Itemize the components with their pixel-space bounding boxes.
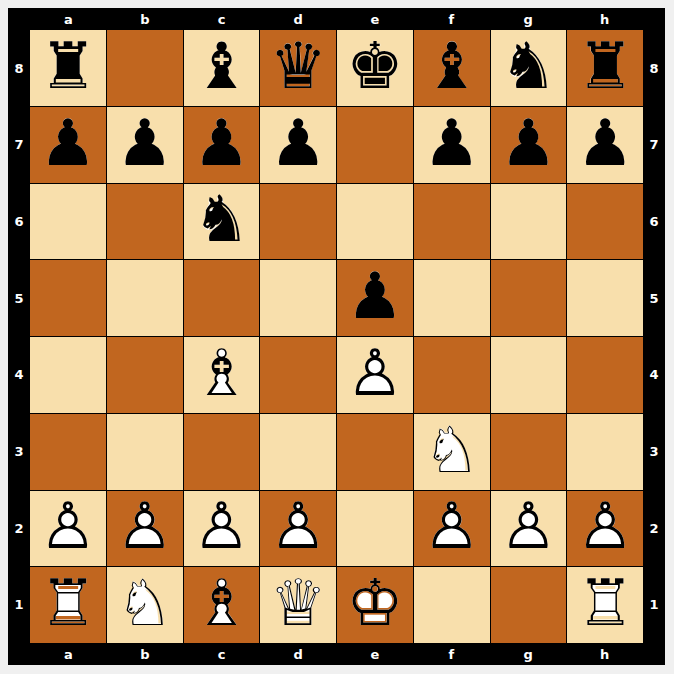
black-pawn[interactable]: ♙♟ [567,107,643,183]
black-knight[interactable]: ♘♞ [184,184,260,260]
piece-glyph-fill: ♝ [184,565,260,641]
piece-glyph-fill: ♛ [260,28,336,104]
piece-glyph-fill: ♟ [30,105,106,181]
square-a5[interactable] [30,260,106,336]
square-d8[interactable]: ♕♛ [260,30,336,106]
square-h4[interactable] [567,337,643,413]
white-knight[interactable]: ♞♘ [414,414,490,490]
piece-glyph-fill: ♟ [414,489,490,565]
black-rook[interactable]: ♖♜ [567,30,643,106]
file-label-g: g [490,643,567,665]
frame-corner-top-right [643,8,665,30]
square-b6[interactable] [107,184,183,260]
piece-glyph-fill: ♝ [184,335,260,411]
piece-glyph-fill: ♞ [184,182,260,258]
piece-glyph-detail: ♙ [107,105,183,181]
rank-label-3: 3 [643,413,665,490]
white-rook[interactable]: ♜♖ [30,567,106,643]
rank-label-1: 1 [8,566,30,643]
rank-label-8: 8 [8,30,30,107]
square-c5[interactable] [184,260,260,336]
square-g4[interactable] [491,337,567,413]
piece-glyph-fill: ♞ [107,565,183,641]
square-d1[interactable]: ♛♕ [260,567,336,643]
white-pawn[interactable]: ♟♙ [491,491,567,567]
rank-label-7: 7 [643,107,665,184]
rank-label-4: 4 [8,337,30,414]
square-h8[interactable]: ♖♜ [567,30,643,106]
black-pawn[interactable]: ♙♟ [260,107,336,183]
piece-glyph-outline: ♘ [414,412,490,488]
black-bishop[interactable]: ♗♝ [414,30,490,106]
square-f1[interactable] [414,567,490,643]
piece-glyph-fill: ♟ [260,105,336,181]
piece-glyph-outline: ♗ [184,335,260,411]
square-b4[interactable] [107,337,183,413]
frame-corner-top-left [8,8,30,30]
square-e4[interactable]: ♟♙ [337,337,413,413]
file-label-g: g [490,8,567,30]
square-a4[interactable] [30,337,106,413]
piece-glyph-fill: ♟ [260,489,336,565]
piece-glyph-fill: ♟ [337,258,413,334]
square-e2[interactable] [337,491,413,567]
black-bishop[interactable]: ♗♝ [184,30,260,106]
rank-label-3: 3 [8,413,30,490]
rank-label-1: 1 [643,566,665,643]
rank-label-8: 8 [643,30,665,107]
black-rook[interactable]: ♖♜ [30,30,106,106]
white-pawn[interactable]: ♟♙ [107,491,183,567]
piece-glyph-detail: ♗ [414,28,490,104]
file-label-f: f [413,643,490,665]
square-c3[interactable] [184,414,260,490]
piece-glyph-outline: ♙ [414,489,490,565]
file-label-a: a [30,643,107,665]
square-e6[interactable] [337,184,413,260]
square-f7[interactable]: ♙♟ [414,107,490,183]
black-pawn[interactable]: ♙♟ [491,107,567,183]
square-c7[interactable]: ♙♟ [184,107,260,183]
rank-labels-left: 87654321 [8,30,30,643]
rank-label-2: 2 [8,490,30,567]
piece-glyph-detail: ♙ [260,105,336,181]
piece-glyph-fill: ♟ [414,105,490,181]
chess-board: ♖♜♗♝♕♛♔♚♗♝♘♞♖♜♙♟♙♟♙♟♙♟♙♟♙♟♙♟♘♞♙♟♝♗♟♙♞♘♟♙… [30,30,643,643]
black-queen[interactable]: ♕♛ [260,30,336,106]
white-pawn[interactable]: ♟♙ [260,491,336,567]
piece-glyph-fill: ♟ [30,489,106,565]
black-knight[interactable]: ♘♞ [491,30,567,106]
file-labels-top: abcdefgh [30,8,643,30]
piece-glyph-outline: ♙ [107,489,183,565]
white-knight[interactable]: ♞♘ [107,567,183,643]
file-label-a: a [30,8,107,30]
piece-glyph-detail: ♙ [30,105,106,181]
file-label-h: h [566,8,643,30]
piece-glyph-detail: ♕ [260,28,336,104]
square-a3[interactable] [30,414,106,490]
square-b5[interactable] [107,260,183,336]
piece-glyph-detail: ♗ [184,28,260,104]
square-f6[interactable] [414,184,490,260]
piece-glyph-outline: ♙ [337,335,413,411]
piece-glyph-outline: ♙ [30,489,106,565]
piece-glyph-fill: ♝ [184,28,260,104]
square-d4[interactable] [260,337,336,413]
square-h3[interactable] [567,414,643,490]
piece-glyph-detail: ♙ [184,105,260,181]
piece-glyph-outline: ♙ [491,489,567,565]
square-g5[interactable] [491,260,567,336]
white-pawn[interactable]: ♟♙ [567,491,643,567]
piece-glyph-detail: ♖ [567,28,643,104]
piece-glyph-detail: ♘ [491,28,567,104]
square-g7[interactable]: ♙♟ [491,107,567,183]
square-a8[interactable]: ♖♜ [30,30,106,106]
rank-labels-right: 87654321 [643,30,665,643]
file-label-d: d [260,8,337,30]
square-f3[interactable]: ♞♘ [414,414,490,490]
white-pawn[interactable]: ♟♙ [30,491,106,567]
piece-glyph-fill: ♛ [260,565,336,641]
white-rook[interactable]: ♜♖ [567,567,643,643]
piece-glyph-fill: ♜ [30,28,106,104]
white-pawn[interactable]: ♟♙ [414,491,490,567]
rank-label-4: 4 [643,337,665,414]
file-labels-bottom: abcdefgh [30,643,643,665]
piece-glyph-fill: ♜ [567,28,643,104]
square-h7[interactable]: ♙♟ [567,107,643,183]
piece-glyph-fill: ♟ [184,105,260,181]
piece-glyph-outline: ♖ [567,565,643,641]
piece-glyph-fill: ♟ [491,105,567,181]
piece-glyph-fill: ♞ [414,412,490,488]
square-e5[interactable]: ♙♟ [337,260,413,336]
piece-glyph-outline: ♙ [567,489,643,565]
square-c2[interactable]: ♟♙ [184,491,260,567]
square-h5[interactable] [567,260,643,336]
file-label-c: c [183,8,260,30]
white-king[interactable]: ♚♔ [337,567,413,643]
frame-corner-bottom-left [8,643,30,665]
white-bishop[interactable]: ♝♗ [184,567,260,643]
square-e8[interactable]: ♔♚ [337,30,413,106]
piece-glyph-fill: ♟ [567,105,643,181]
piece-glyph-fill: ♝ [414,28,490,104]
file-label-f: f [413,8,490,30]
square-c4[interactable]: ♝♗ [184,337,260,413]
square-d7[interactable]: ♙♟ [260,107,336,183]
black-pawn[interactable]: ♙♟ [184,107,260,183]
piece-glyph-outline: ♙ [184,489,260,565]
chess-diagram-page: { "game": "chess", "position": { "fen_pi… [0,0,674,674]
piece-glyph-outline: ♙ [260,489,336,565]
square-b7[interactable]: ♙♟ [107,107,183,183]
file-label-h: h [566,643,643,665]
file-label-e: e [337,643,414,665]
square-f5[interactable] [414,260,490,336]
white-pawn[interactable]: ♟♙ [184,491,260,567]
square-e3[interactable] [337,414,413,490]
square-h6[interactable] [567,184,643,260]
black-king[interactable]: ♔♚ [337,30,413,106]
piece-glyph-detail: ♙ [491,105,567,181]
rank-label-6: 6 [8,183,30,260]
square-g8[interactable]: ♘♞ [491,30,567,106]
black-pawn[interactable]: ♙♟ [107,107,183,183]
file-label-b: b [107,8,184,30]
rank-label-5: 5 [8,260,30,337]
square-b3[interactable] [107,414,183,490]
piece-glyph-fill: ♟ [337,335,413,411]
piece-glyph-fill: ♟ [107,489,183,565]
square-a7[interactable]: ♙♟ [30,107,106,183]
black-pawn[interactable]: ♙♟ [30,107,106,183]
piece-glyph-fill: ♟ [567,489,643,565]
square-d3[interactable] [260,414,336,490]
piece-glyph-fill: ♚ [337,28,413,104]
rank-label-6: 6 [643,183,665,260]
piece-glyph-fill: ♟ [184,489,260,565]
rank-label-5: 5 [643,260,665,337]
white-pawn[interactable]: ♟♙ [337,337,413,413]
piece-glyph-outline: ♖ [30,565,106,641]
white-queen[interactable]: ♛♕ [260,567,336,643]
square-c6[interactable]: ♘♞ [184,184,260,260]
frame-corner-bottom-right [643,643,665,665]
square-d2[interactable]: ♟♙ [260,491,336,567]
board-frame: abcdefgh 87654321 ♖♜♗♝♕♛♔♚♗♝♘♞♖♜♙♟♙♟♙♟♙♟… [8,8,665,665]
piece-glyph-fill: ♜ [567,565,643,641]
square-a2[interactable]: ♟♙ [30,491,106,567]
piece-glyph-outline: ♗ [184,565,260,641]
square-d6[interactable] [260,184,336,260]
square-g1[interactable] [491,567,567,643]
file-label-b: b [107,643,184,665]
white-bishop[interactable]: ♝♗ [184,337,260,413]
file-label-c: c [183,643,260,665]
piece-glyph-fill: ♚ [337,565,413,641]
square-f4[interactable] [414,337,490,413]
piece-glyph-detail: ♔ [337,28,413,104]
file-label-d: d [260,643,337,665]
square-b2[interactable]: ♟♙ [107,491,183,567]
piece-glyph-fill: ♞ [491,28,567,104]
piece-glyph-fill: ♜ [30,565,106,641]
piece-glyph-outline: ♔ [337,565,413,641]
square-a6[interactable] [30,184,106,260]
piece-glyph-fill: ♟ [491,489,567,565]
square-c1[interactable]: ♝♗ [184,567,260,643]
black-pawn[interactable]: ♙♟ [337,260,413,336]
piece-glyph-outline: ♕ [260,565,336,641]
square-f2[interactable]: ♟♙ [414,491,490,567]
square-c8[interactable]: ♗♝ [184,30,260,106]
rank-label-2: 2 [643,490,665,567]
square-f8[interactable]: ♗♝ [414,30,490,106]
piece-glyph-detail: ♙ [567,105,643,181]
file-label-e: e [337,8,414,30]
piece-glyph-detail: ♙ [414,105,490,181]
square-a1[interactable]: ♜♖ [30,567,106,643]
square-e1[interactable]: ♚♔ [337,567,413,643]
square-h2[interactable]: ♟♙ [567,491,643,567]
square-h1[interactable]: ♜♖ [567,567,643,643]
piece-glyph-fill: ♟ [107,105,183,181]
piece-glyph-detail: ♘ [184,182,260,258]
piece-glyph-detail: ♙ [337,258,413,334]
square-e7[interactable] [337,107,413,183]
piece-glyph-outline: ♘ [107,565,183,641]
piece-glyph-detail: ♖ [30,28,106,104]
square-g2[interactable]: ♟♙ [491,491,567,567]
black-pawn[interactable]: ♙♟ [414,107,490,183]
square-d5[interactable] [260,260,336,336]
square-b1[interactable]: ♞♘ [107,567,183,643]
square-g3[interactable] [491,414,567,490]
square-b8[interactable] [107,30,183,106]
square-g6[interactable] [491,184,567,260]
rank-label-7: 7 [8,107,30,184]
